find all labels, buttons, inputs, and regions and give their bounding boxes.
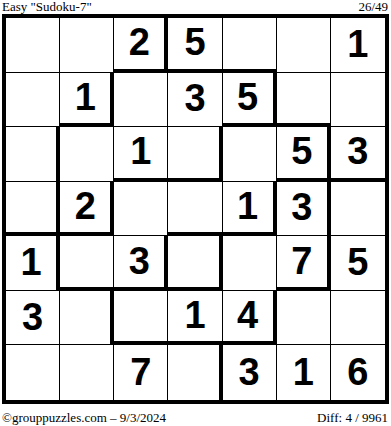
given-digit: 4 [237, 296, 258, 334]
cell-r7c4[interactable] [168, 345, 222, 400]
given-digit: 1 [21, 243, 42, 281]
cell-r5c6[interactable]: 7 [277, 236, 331, 291]
cell-r7c3[interactable]: 7 [114, 345, 168, 400]
cell-r3c7[interactable]: 3 [331, 127, 385, 182]
page: Easy "Sudoku-7" 26/49 251135153213137531… [0, 0, 391, 426]
given-digit: 2 [75, 187, 96, 225]
header: Easy "Sudoku-7" 26/49 [0, 0, 391, 14]
cell-r1c7[interactable]: 1 [331, 18, 385, 73]
given-digit: 5 [184, 23, 205, 61]
cell-r5c7[interactable]: 5 [331, 236, 385, 291]
copyright-date: ©grouppuzzles.com – 9/3/2024 [2, 410, 166, 426]
cell-r4c7[interactable] [331, 182, 385, 237]
cell-r6c1[interactable]: 3 [6, 291, 60, 346]
cell-r4c2[interactable]: 2 [60, 182, 114, 237]
given-digit: 1 [347, 25, 368, 63]
cell-r6c6[interactable] [277, 291, 331, 346]
cell-r7c1[interactable] [6, 345, 60, 400]
cell-r4c3[interactable] [114, 182, 168, 237]
cell-r5c1[interactable]: 1 [6, 236, 60, 291]
cell-r1c3[interactable]: 2 [114, 18, 168, 73]
cell-r5c3[interactable]: 3 [114, 236, 168, 291]
cell-r2c1[interactable] [6, 73, 60, 128]
cell-r2c2[interactable]: 1 [60, 73, 114, 128]
cell-r1c5[interactable] [223, 18, 277, 73]
given-digit: 1 [293, 353, 314, 391]
cell-r6c7[interactable] [331, 291, 385, 346]
given-digit: 1 [237, 187, 258, 225]
cell-r5c2[interactable] [60, 236, 114, 291]
given-digit: 3 [22, 298, 43, 336]
footer: ©grouppuzzles.com – 9/3/2024 Diff: 4 / 9… [0, 404, 391, 426]
cell-r3c2[interactable] [60, 127, 114, 182]
puzzle-title: Easy "Sudoku-7" [2, 0, 92, 14]
given-digit: 7 [130, 353, 151, 391]
cell-r2c4[interactable]: 3 [168, 73, 222, 128]
cell-r5c5[interactable] [223, 236, 277, 291]
cell-r4c5[interactable]: 1 [223, 182, 277, 237]
given-digit: 2 [129, 23, 150, 61]
cell-r4c6[interactable]: 3 [277, 182, 331, 237]
cell-r1c4[interactable]: 5 [168, 18, 222, 73]
given-digit: 6 [347, 353, 368, 391]
given-digit: 3 [347, 132, 368, 170]
cell-r1c6[interactable] [277, 18, 331, 73]
cell-r3c1[interactable] [6, 127, 60, 182]
puzzle-counter: 26/49 [358, 0, 388, 14]
sudoku-board: 25113515321313753147316 [2, 14, 389, 404]
cell-r4c1[interactable] [6, 182, 60, 237]
cell-r2c7[interactable] [331, 73, 385, 128]
cell-r7c2[interactable] [60, 345, 114, 400]
given-digit: 5 [237, 78, 258, 116]
cell-r2c6[interactable] [277, 73, 331, 128]
given-digit: 1 [130, 132, 151, 170]
cell-r3c6[interactable]: 5 [277, 127, 331, 182]
given-digit: 3 [239, 353, 260, 391]
cell-r6c4[interactable]: 1 [168, 291, 222, 346]
cell-r6c2[interactable] [60, 291, 114, 346]
cell-r5c4[interactable] [168, 236, 222, 291]
cell-r6c3[interactable] [114, 291, 168, 346]
cell-r3c3[interactable]: 1 [114, 127, 168, 182]
cell-r6c5[interactable]: 4 [223, 291, 277, 346]
given-digit: 1 [184, 296, 205, 334]
difficulty-label: Diff: 4 / 9961 [317, 410, 388, 426]
given-digit: 3 [129, 242, 150, 280]
cell-r1c2[interactable] [60, 18, 114, 73]
cell-r2c3[interactable] [114, 73, 168, 128]
cell-r1c1[interactable] [6, 18, 60, 73]
cell-r7c5[interactable]: 3 [223, 345, 277, 400]
given-digit: 1 [75, 78, 96, 116]
given-digit: 7 [291, 242, 312, 280]
cell-r3c5[interactable] [223, 127, 277, 182]
given-digit: 3 [184, 79, 205, 117]
given-digit: 3 [291, 188, 312, 226]
cell-r2c5[interactable]: 5 [223, 73, 277, 128]
cell-r3c4[interactable] [168, 127, 222, 182]
given-digit: 5 [347, 243, 368, 281]
given-digit: 5 [291, 132, 312, 170]
cell-r7c6[interactable]: 1 [277, 345, 331, 400]
cell-r7c7[interactable]: 6 [331, 345, 385, 400]
cell-r4c4[interactable] [168, 182, 222, 237]
